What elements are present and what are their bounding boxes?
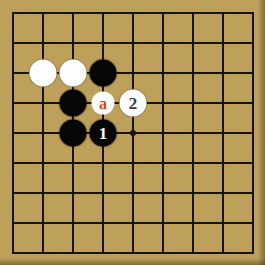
star-point: [130, 130, 136, 136]
black-stone: [90, 60, 117, 87]
white-stone-move-2: 2: [120, 90, 147, 117]
point-label-a: a: [92, 92, 115, 115]
grid-line-horizontal: [12, 162, 254, 164]
black-stone: [60, 90, 87, 117]
grid-line-vertical: [252, 12, 254, 254]
move-number-label: 1: [99, 125, 108, 142]
grid-line-vertical: [192, 12, 194, 254]
black-stone: [60, 120, 87, 147]
white-stone: [30, 60, 57, 87]
grid-line-vertical: [162, 12, 164, 254]
grid-line-horizontal: [12, 192, 254, 194]
move-number-label: 2: [129, 95, 138, 112]
board-edge-shadow-bottom: [0, 258, 265, 265]
grid-line-horizontal: [12, 252, 254, 254]
white-stone: [60, 60, 87, 87]
black-stone-move-1: 1: [90, 120, 117, 147]
board-edge-shadow-right: [258, 0, 265, 265]
grid-line-horizontal: [12, 222, 254, 224]
grid-line-vertical: [222, 12, 224, 254]
go-board: 21a: [0, 0, 265, 265]
